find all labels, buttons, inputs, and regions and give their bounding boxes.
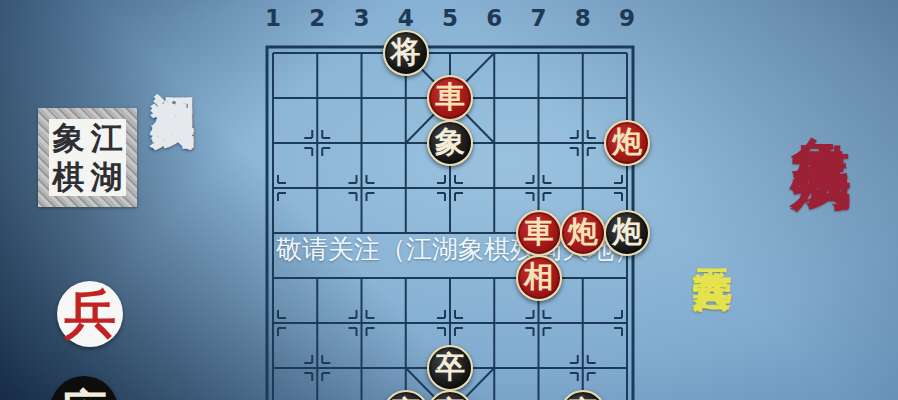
piece-glyph: 車 (524, 217, 554, 247)
file-label-7: 7 (527, 5, 551, 31)
stamp-char-湖: 湖 (91, 161, 123, 193)
left-vertical-title: 江湖象棋残局天 (144, 58, 203, 400)
soldier-badge-char: 兵 (64, 288, 116, 340)
file-label-5: 5 (438, 5, 462, 31)
piece-red-炮-f9r3: 炮 (604, 120, 650, 166)
file-label-2: 2 (305, 5, 329, 31)
stamp-char-棋: 棋 (52, 161, 84, 193)
piece-black-炮-f9r5: 炮 (604, 210, 650, 256)
piece-red-車-f5r2: 車 (427, 75, 473, 121)
seal-stamp-characters: 象江棋湖 (49, 119, 126, 196)
piece-black-卒-f5r8: 卒 (427, 345, 473, 391)
file-label-1: 1 (261, 5, 285, 31)
file-label-6: 6 (482, 5, 506, 31)
stamp-char-江: 江 (91, 122, 123, 154)
piece-glyph: 相 (524, 262, 554, 292)
seal-stamp-logo: 象江棋湖 (38, 108, 137, 207)
piece-red-相-f7r6: 相 (516, 255, 562, 301)
piece-glyph: 炮 (568, 217, 598, 247)
piece-glyph: 卒 (435, 352, 465, 382)
piece-red-炮-f8r5: 炮 (560, 210, 606, 256)
file-label-9: 9 (615, 5, 639, 31)
piece-glyph: 車 (435, 82, 465, 112)
piece-black-将-f4r1: 将 (383, 30, 429, 76)
right-vertical-subtitle: 无兵连营 (686, 238, 740, 242)
xiangqi-endgame-poster: { "game": "xiangqi", "board": { "file_la… (0, 0, 898, 400)
right-vertical-title: 象棋残局 (781, 88, 862, 116)
piece-glyph: 将 (391, 37, 421, 67)
file-label-3: 3 (350, 5, 374, 31)
stamp-char-象: 象 (52, 122, 84, 154)
answer-badge-char: 应 (60, 388, 108, 400)
piece-glyph: 炮 (612, 217, 642, 247)
piece-black-象-f5r3: 象 (427, 120, 473, 166)
file-label-8: 8 (571, 5, 595, 31)
file-label-4: 4 (394, 5, 418, 31)
piece-glyph: 象 (435, 127, 465, 157)
piece-red-車-f7r5: 車 (516, 210, 562, 256)
soldier-badge: 兵 (57, 281, 123, 347)
piece-glyph: 炮 (612, 127, 642, 157)
